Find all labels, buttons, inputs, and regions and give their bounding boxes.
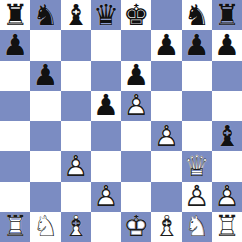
square-e4[interactable] (121, 121, 151, 151)
square-g7[interactable]: ♟ (182, 30, 212, 60)
square-f7[interactable]: ♟ (151, 30, 181, 60)
square-g5[interactable] (182, 91, 212, 121)
square-d7[interactable] (91, 30, 121, 60)
square-f6[interactable] (151, 61, 181, 91)
square-d1[interactable] (91, 212, 121, 242)
white-bishop-icon[interactable]: ♝♗ (151, 212, 181, 242)
square-d5[interactable]: ♟ (91, 91, 121, 121)
square-b6[interactable]: ♟ (30, 61, 60, 91)
square-a6[interactable] (0, 61, 30, 91)
piece-fill-layer: ♛ (91, 0, 121, 30)
piece-outline-layer: ♘ (30, 212, 60, 242)
square-b7[interactable] (30, 30, 60, 60)
piece-fill-layer: ♟ (30, 61, 60, 91)
square-f5[interactable] (151, 91, 181, 121)
square-e8[interactable]: ♚ (121, 0, 151, 30)
square-b8[interactable]: ♞ (30, 0, 60, 30)
white-pawn-icon[interactable]: ♟♙ (212, 182, 242, 212)
piece-outline-layer: ♙ (212, 182, 242, 212)
white-knight-icon[interactable]: ♞♘ (182, 212, 212, 242)
black-king-icon[interactable]: ♚ (121, 0, 151, 30)
square-h4[interactable]: ♝ (212, 121, 242, 151)
square-h6[interactable] (212, 61, 242, 91)
square-d8[interactable]: ♛ (91, 0, 121, 30)
square-a7[interactable]: ♟ (0, 30, 30, 60)
square-g1[interactable]: ♞♘ (182, 212, 212, 242)
piece-outline-layer: ♗ (61, 212, 91, 242)
black-bishop-icon[interactable]: ♝ (212, 121, 242, 151)
square-d3[interactable] (91, 151, 121, 181)
chess-board-container: ♜♞♝♛♚♞♜♟♟♟♟♟♟♟♟♙♟♙♝♟♙♛♕♟♙♟♙♟♙♜♖♞♘♝♗♚♔♝♗♞… (0, 0, 242, 242)
square-h3[interactable] (212, 151, 242, 181)
black-pawn-icon[interactable]: ♟ (151, 30, 181, 60)
black-pawn-icon[interactable]: ♟ (212, 30, 242, 60)
white-pawn-icon[interactable]: ♟♙ (61, 151, 91, 181)
black-queen-icon[interactable]: ♛ (91, 0, 121, 30)
square-g8[interactable]: ♞ (182, 0, 212, 30)
square-f3[interactable] (151, 151, 181, 181)
black-rook-icon[interactable]: ♜ (212, 0, 242, 30)
piece-outline-layer: ♙ (61, 151, 91, 181)
piece-fill-layer: ♟ (121, 61, 151, 91)
black-knight-icon[interactable]: ♞ (182, 0, 212, 30)
piece-outline-layer: ♙ (121, 91, 151, 121)
piece-outline-layer: ♕ (182, 151, 212, 181)
piece-outline-layer: ♙ (182, 182, 212, 212)
white-pawn-icon[interactable]: ♟♙ (121, 91, 151, 121)
square-h2[interactable]: ♟♙ (212, 182, 242, 212)
square-f8[interactable] (151, 0, 181, 30)
square-c2[interactable] (61, 182, 91, 212)
piece-outline-layer: ♖ (212, 212, 242, 242)
square-f2[interactable] (151, 182, 181, 212)
square-b2[interactable] (30, 182, 60, 212)
square-d2[interactable]: ♟♙ (91, 182, 121, 212)
piece-fill-layer: ♟ (182, 30, 212, 60)
white-rook-icon[interactable]: ♜♖ (0, 212, 30, 242)
piece-fill-layer: ♟ (91, 91, 121, 121)
black-rook-icon[interactable]: ♜ (0, 0, 30, 30)
square-b4[interactable] (30, 121, 60, 151)
piece-outline-layer: ♗ (151, 212, 181, 242)
piece-fill-layer: ♚ (121, 0, 151, 30)
piece-outline-layer: ♔ (121, 212, 151, 242)
square-h7[interactable]: ♟ (212, 30, 242, 60)
square-e5[interactable]: ♟♙ (121, 91, 151, 121)
chess-board: ♜♞♝♛♚♞♜♟♟♟♟♟♟♟♟♙♟♙♝♟♙♛♕♟♙♟♙♟♙♜♖♞♘♝♗♚♔♝♗♞… (0, 0, 242, 242)
square-c6[interactable] (61, 61, 91, 91)
white-knight-icon[interactable]: ♞♘ (30, 212, 60, 242)
white-queen-icon[interactable]: ♛♕ (182, 151, 212, 181)
piece-fill-layer: ♞ (30, 0, 60, 30)
square-c8[interactable]: ♝ (61, 0, 91, 30)
piece-fill-layer: ♟ (0, 30, 30, 60)
square-e1[interactable]: ♚♔ (121, 212, 151, 242)
square-e7[interactable] (121, 30, 151, 60)
square-c5[interactable] (61, 91, 91, 121)
square-d4[interactable] (91, 121, 121, 151)
square-b5[interactable] (30, 91, 60, 121)
piece-outline-layer: ♘ (182, 212, 212, 242)
piece-fill-layer: ♞ (182, 0, 212, 30)
square-e3[interactable] (121, 151, 151, 181)
square-a5[interactable] (0, 91, 30, 121)
square-h1[interactable]: ♜♖ (212, 212, 242, 242)
white-bishop-icon[interactable]: ♝♗ (61, 212, 91, 242)
square-b3[interactable] (30, 151, 60, 181)
square-a3[interactable] (0, 151, 30, 181)
square-f4[interactable]: ♟♙ (151, 121, 181, 151)
white-pawn-icon[interactable]: ♟♙ (182, 182, 212, 212)
white-rook-icon[interactable]: ♜♖ (212, 212, 242, 242)
white-pawn-icon[interactable]: ♟♙ (91, 182, 121, 212)
piece-fill-layer: ♟ (151, 30, 181, 60)
white-pawn-icon[interactable]: ♟♙ (151, 121, 181, 151)
piece-fill-layer: ♜ (0, 0, 30, 30)
piece-fill-layer: ♝ (212, 121, 242, 151)
piece-outline-layer: ♖ (0, 212, 30, 242)
square-f1[interactable]: ♝♗ (151, 212, 181, 242)
piece-outline-layer: ♙ (91, 182, 121, 212)
piece-outline-layer: ♙ (151, 121, 181, 151)
black-pawn-icon[interactable]: ♟ (182, 30, 212, 60)
black-bishop-icon[interactable]: ♝ (61, 0, 91, 30)
black-knight-icon[interactable]: ♞ (30, 0, 60, 30)
square-d6[interactable] (91, 61, 121, 91)
square-h5[interactable] (212, 91, 242, 121)
square-a2[interactable] (0, 182, 30, 212)
piece-fill-layer: ♜ (212, 0, 242, 30)
square-a8[interactable]: ♜ (0, 0, 30, 30)
square-g3[interactable]: ♛♕ (182, 151, 212, 181)
square-c3[interactable]: ♟♙ (61, 151, 91, 181)
square-a4[interactable] (0, 121, 30, 151)
black-pawn-icon[interactable]: ♟ (0, 30, 30, 60)
black-pawn-icon[interactable]: ♟ (91, 91, 121, 121)
square-c4[interactable] (61, 121, 91, 151)
white-king-icon[interactable]: ♚♔ (121, 212, 151, 242)
black-pawn-icon[interactable]: ♟ (30, 61, 60, 91)
square-g4[interactable] (182, 121, 212, 151)
black-pawn-icon[interactable]: ♟ (121, 61, 151, 91)
square-e6[interactable]: ♟ (121, 61, 151, 91)
piece-fill-layer: ♝ (61, 0, 91, 30)
square-g2[interactable]: ♟♙ (182, 182, 212, 212)
piece-fill-layer: ♟ (212, 30, 242, 60)
square-b1[interactable]: ♞♘ (30, 212, 60, 242)
square-c7[interactable] (61, 30, 91, 60)
square-e2[interactable] (121, 182, 151, 212)
square-c1[interactable]: ♝♗ (61, 212, 91, 242)
square-h8[interactable]: ♜ (212, 0, 242, 30)
square-a1[interactable]: ♜♖ (0, 212, 30, 242)
square-g6[interactable] (182, 61, 212, 91)
